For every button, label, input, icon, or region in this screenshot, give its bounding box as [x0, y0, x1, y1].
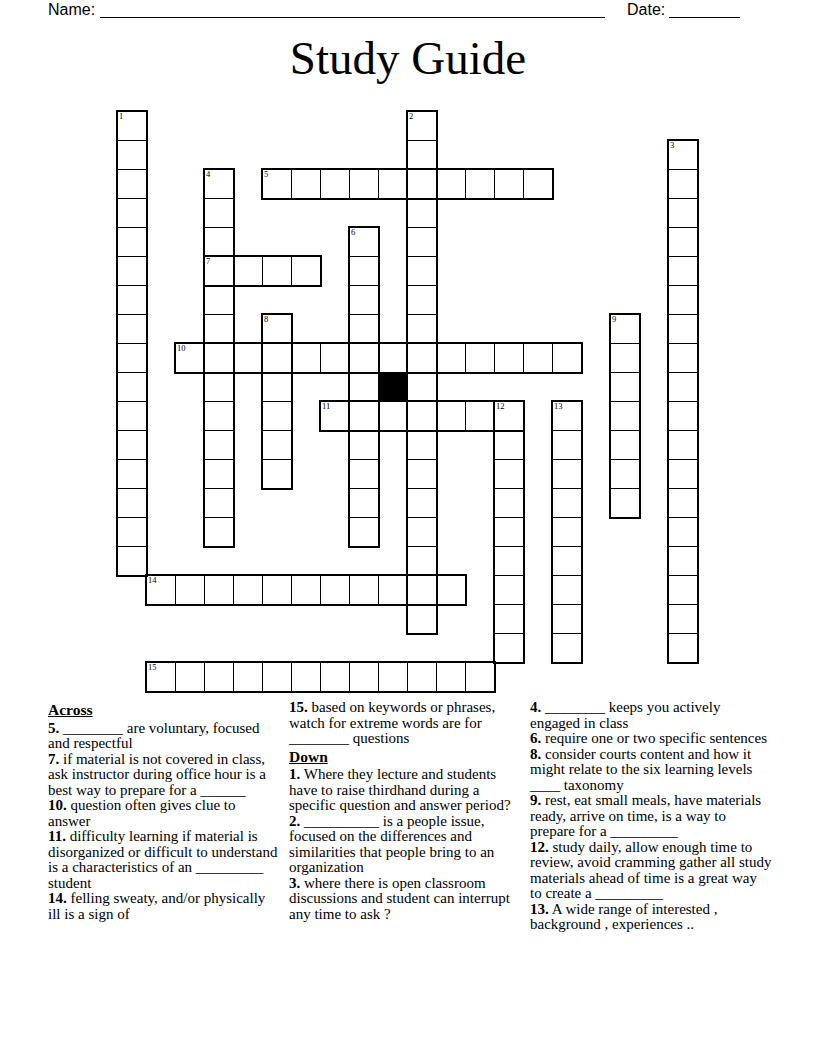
clue-1: 1. Where they lecture and students have …: [289, 767, 527, 814]
grid-cell[interactable]: [204, 517, 234, 547]
grid-cell[interactable]: [436, 662, 466, 692]
grid-cell[interactable]: [117, 401, 147, 431]
grid-cell[interactable]: [552, 575, 582, 605]
grid-cell[interactable]: [407, 314, 437, 344]
clue-list-header-down: Down: [289, 749, 527, 765]
grid-cell[interactable]: [465, 343, 495, 373]
grid-cell[interactable]: [204, 314, 234, 344]
grid-cell[interactable]: [349, 343, 379, 373]
grid-cell[interactable]: [233, 662, 263, 692]
worksheet-page: Name: Date: Study Guide 1234567891011121…: [0, 0, 816, 1056]
grid-cell[interactable]: [117, 343, 147, 373]
grid-cell[interactable]: [117, 430, 147, 460]
grid-cell[interactable]: [552, 517, 582, 547]
grid-cell[interactable]: [262, 169, 292, 199]
date-fill-line[interactable]: [669, 17, 740, 18]
grid-cell[interactable]: [349, 314, 379, 344]
grid-cell[interactable]: [204, 285, 234, 315]
grid-cell[interactable]: [407, 459, 437, 489]
clue-column-across: Across5. ________ are voluntary, focused…: [48, 700, 278, 922]
grid-cell[interactable]: [117, 488, 147, 518]
grid-cell[interactable]: [552, 343, 582, 373]
grid-cell[interactable]: [552, 488, 582, 518]
grid-cell[interactable]: [668, 169, 698, 199]
grid-cell[interactable]: [668, 343, 698, 373]
clue-11: 11. difficulty learning if material is d…: [48, 829, 278, 891]
grid-cell[interactable]: [668, 633, 698, 663]
clue-4: 4. ________ keeps you actively engaged i…: [530, 700, 772, 731]
clue-5: 5. ________ are voluntary, focused and r…: [48, 721, 278, 752]
clue-list-header-across: Across: [48, 702, 278, 718]
grid-cell[interactable]: [523, 169, 553, 199]
page-title: Study Guide: [0, 33, 816, 83]
grid-cell[interactable]: [407, 662, 437, 692]
clue-10: 10. question often gives clue to answer: [48, 798, 278, 829]
grid-cell[interactable]: [378, 343, 408, 373]
grid-cell[interactable]: [407, 227, 437, 257]
grid-cell[interactable]: [291, 662, 321, 692]
grid-cell[interactable]: [204, 169, 234, 199]
grid-cell[interactable]: [407, 372, 437, 402]
grid-cell[interactable]: [552, 430, 582, 460]
grid-cell[interactable]: [117, 517, 147, 547]
grid-cell[interactable]: [117, 227, 147, 257]
grid-cell[interactable]: [407, 575, 437, 605]
grid-cell[interactable]: [262, 343, 292, 373]
grid-cell[interactable]: [349, 459, 379, 489]
grid-cell[interactable]: [349, 401, 379, 431]
grid-cell[interactable]: [204, 459, 234, 489]
grid-cell[interactable]: [349, 372, 379, 402]
grid-cell[interactable]: [552, 604, 582, 634]
grid-cell[interactable]: [320, 575, 350, 605]
clue-6: 6. require one or two specific sentences: [530, 731, 772, 747]
clue-9: 9. rest, eat small meals, have materials…: [530, 793, 772, 840]
grid-cell[interactable]: [320, 662, 350, 692]
grid-cell[interactable]: [117, 198, 147, 228]
grid-cell[interactable]: [378, 575, 408, 605]
grid-cell[interactable]: [233, 575, 263, 605]
grid-cell[interactable]: [668, 488, 698, 518]
grid-cell[interactable]: [117, 285, 147, 315]
grid-cell[interactable]: [320, 343, 350, 373]
grid-cell[interactable]: [204, 343, 234, 373]
grid-cell[interactable]: [668, 227, 698, 257]
grid-cell[interactable]: [552, 633, 582, 663]
grid-cell[interactable]: [436, 575, 466, 605]
grid-cell[interactable]: [407, 343, 437, 373]
grid-cell[interactable]: [668, 314, 698, 344]
grid-cell[interactable]: [204, 372, 234, 402]
grid-cell[interactable]: [407, 517, 437, 547]
grid-cell[interactable]: [610, 372, 640, 402]
grid-cell[interactable]: [204, 227, 234, 257]
grid-cell[interactable]: [407, 285, 437, 315]
grid-cell[interactable]: [204, 256, 234, 286]
clue-13: 13. A wide range of interested , backgro…: [530, 902, 772, 933]
grid-cell[interactable]: [552, 459, 582, 489]
grid-cell[interactable]: [204, 430, 234, 460]
grid-cell[interactable]: [117, 169, 147, 199]
grid-cell[interactable]: [668, 459, 698, 489]
grid-cell[interactable]: [262, 401, 292, 431]
grid-cell[interactable]: [117, 314, 147, 344]
grid-cell[interactable]: [262, 372, 292, 402]
grid-cell[interactable]: [117, 546, 147, 576]
grid-cell[interactable]: [668, 401, 698, 431]
grid-cell[interactable]: [610, 401, 640, 431]
grid-cell[interactable]: [117, 256, 147, 286]
grid-cell[interactable]: [204, 575, 234, 605]
clue-14: 14. felling sweaty, and/or physically il…: [48, 891, 278, 922]
clue-8: 8. consider courts content and how it mi…: [530, 747, 772, 794]
grid-cell[interactable]: [175, 343, 205, 373]
grid-cell[interactable]: [204, 488, 234, 518]
grid-cell[interactable]: [465, 662, 495, 692]
grid-cell[interactable]: [262, 314, 292, 344]
grid-cell[interactable]: [407, 169, 437, 199]
name-fill-line[interactable]: [100, 17, 605, 18]
grid-cell[interactable]: [494, 546, 524, 576]
grid-cell[interactable]: [204, 401, 234, 431]
grid-cell[interactable]: [407, 111, 437, 141]
grid-cell[interactable]: [465, 169, 495, 199]
crossword-grid: 123456789101112131415: [117, 111, 699, 693]
grid-cell[interactable]: [378, 169, 408, 199]
grid-cell[interactable]: [291, 343, 321, 373]
grid-cell[interactable]: [407, 488, 437, 518]
grid-cell[interactable]: [349, 488, 379, 518]
clue-column-middle: 15. based on keywords or phrases, watch …: [289, 700, 527, 922]
grid-cell[interactable]: [117, 372, 147, 402]
grid-cell[interactable]: [668, 546, 698, 576]
grid-cell[interactable]: [175, 575, 205, 605]
grid-cell[interactable]: [262, 575, 292, 605]
grid-cell[interactable]: [494, 633, 524, 663]
grid-cell[interactable]: [349, 517, 379, 547]
grid-cell[interactable]: [407, 604, 437, 634]
grid-cell[interactable]: [668, 140, 698, 170]
grid-cell[interactable]: [262, 256, 292, 286]
grid-cell[interactable]: [233, 256, 263, 286]
grid-cell[interactable]: [668, 430, 698, 460]
grid-cell[interactable]: [146, 575, 176, 605]
grid-cell[interactable]: [349, 256, 379, 286]
grid-cell[interactable]: [349, 227, 379, 257]
grid-cell[interactable]: [262, 430, 292, 460]
grid-cell[interactable]: [610, 488, 640, 518]
grid-cell[interactable]: [262, 459, 292, 489]
clue-7: 7. if material is not covered in class, …: [48, 752, 278, 799]
grid-cell[interactable]: [494, 401, 524, 431]
grid-cell[interactable]: [233, 343, 263, 373]
clue-12: 12. study daily, allow enough time to re…: [530, 840, 772, 902]
grid-cell[interactable]: [407, 256, 437, 286]
grid-cell[interactable]: [117, 459, 147, 489]
grid-cell[interactable]: [494, 517, 524, 547]
grid-cell[interactable]: [117, 140, 147, 170]
grid-cell[interactable]: [291, 256, 321, 286]
grid-cell[interactable]: [668, 517, 698, 547]
grid-cell[interactable]: [465, 401, 495, 431]
grid-cell[interactable]: [610, 459, 640, 489]
grid-cell[interactable]: [610, 343, 640, 373]
date-label: Date:: [627, 1, 665, 19]
grid-cell[interactable]: [349, 662, 379, 692]
grid-cell[interactable]: [407, 140, 437, 170]
clue-2: 2. __________ is a people issue, focused…: [289, 814, 527, 876]
grid-cell[interactable]: [378, 401, 408, 431]
grid-cell[interactable]: [320, 169, 350, 199]
grid-cell[interactable]: [494, 169, 524, 199]
grid-cell[interactable]: [494, 459, 524, 489]
grid-cell[interactable]: [291, 169, 321, 199]
grid-cell[interactable]: [668, 285, 698, 315]
grid-cell[interactable]: [436, 343, 466, 373]
grid-cell[interactable]: [204, 198, 234, 228]
name-label: Name:: [48, 1, 95, 19]
grid-cell[interactable]: [668, 372, 698, 402]
clue-15: 15. based on keywords or phrases, watch …: [289, 700, 527, 747]
grid-cell[interactable]: [523, 343, 553, 373]
grid-cell[interactable]: [494, 488, 524, 518]
grid-cell[interactable]: [668, 575, 698, 605]
grid-cell[interactable]: [668, 198, 698, 228]
grid-cell[interactable]: [204, 662, 234, 692]
clue-3: 3. where there is open classroom discuss…: [289, 876, 527, 923]
grid-cell[interactable]: [436, 169, 466, 199]
grid-cell[interactable]: [407, 430, 437, 460]
grid-cell[interactable]: [610, 430, 640, 460]
grid-cell[interactable]: [262, 662, 292, 692]
grid-cell[interactable]: [378, 662, 408, 692]
grid-cell[interactable]: [407, 401, 437, 431]
grid-cell[interactable]: [175, 662, 205, 692]
grid-cell[interactable]: [117, 111, 147, 141]
grid-cell[interactable]: [146, 662, 176, 692]
grid-cell[interactable]: [291, 575, 321, 605]
grid-cell[interactable]: [494, 343, 524, 373]
grid-cell[interactable]: [552, 401, 582, 431]
grid-cell[interactable]: [320, 401, 350, 431]
grid-cell[interactable]: [668, 256, 698, 286]
grid-cell[interactable]: [494, 604, 524, 634]
grid-cell[interactable]: [610, 314, 640, 344]
grid-cell[interactable]: [436, 401, 466, 431]
clue-column-down: 4. ________ keeps you actively engaged i…: [530, 700, 772, 933]
grid-cell[interactable]: [494, 575, 524, 605]
grid-cell[interactable]: [349, 575, 379, 605]
grid-cell[interactable]: [407, 198, 437, 228]
black-cell: [378, 372, 408, 402]
grid-cell[interactable]: [349, 430, 379, 460]
grid-cell[interactable]: [407, 546, 437, 576]
grid-cell[interactable]: [494, 430, 524, 460]
grid-cell[interactable]: [668, 604, 698, 634]
grid-cell[interactable]: [552, 546, 582, 576]
grid-cell[interactable]: [349, 169, 379, 199]
grid-cell[interactable]: [349, 285, 379, 315]
